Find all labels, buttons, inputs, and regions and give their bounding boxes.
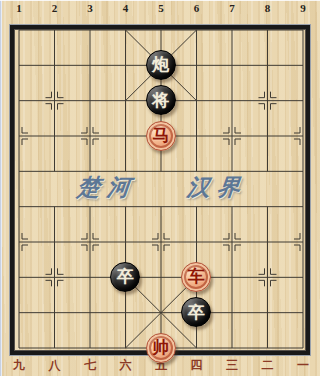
piece-black-soldier[interactable]: 卒 (181, 297, 211, 327)
board-point: 马 (143, 118, 179, 153)
piece-grid: 炮将马卒车卒帅 (1, 12, 320, 365)
piece-black-soldier[interactable]: 卒 (110, 262, 140, 292)
piece-red-general[interactable]: 帅 (146, 333, 176, 363)
xiangqi-board: 123456789 楚河 汉界 炮将马卒车卒帅 九八七六五四三二一 (0, 0, 320, 376)
board-point: 炮 (143, 47, 179, 82)
board-point: 将 (143, 83, 179, 118)
board-point: 车 (179, 259, 215, 294)
board-point: 卒 (179, 295, 215, 330)
board-point: 帅 (143, 330, 179, 365)
board-point: 卒 (108, 259, 144, 294)
piece-black-general[interactable]: 将 (146, 85, 176, 115)
piece-red-horse[interactable]: 马 (146, 121, 176, 151)
piece-black-cannon[interactable]: 炮 (146, 50, 176, 80)
piece-red-chariot[interactable]: 车 (181, 262, 211, 292)
